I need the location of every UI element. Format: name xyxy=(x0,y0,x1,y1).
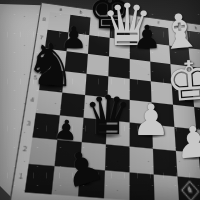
piece-black-pawn-b3: ♟ xyxy=(53,115,80,144)
rank-label-2: 2 xyxy=(20,146,30,153)
rank-label-8: 8 xyxy=(40,17,48,22)
square-g1: ♞ xyxy=(177,176,200,200)
piece-black-queen-d4: ♛ xyxy=(84,89,132,143)
square-a1 xyxy=(25,164,55,194)
chessboard-photo: ♞ 87654321abcdefgh ♚♛♟♝♟♞♚♛♟♟♟♟ xyxy=(0,0,200,200)
rank-label-1: 1 xyxy=(16,173,26,181)
piece-white-pawn-g3: ♟ xyxy=(173,120,200,166)
piece-white-pawn-e4: ♟ xyxy=(132,99,171,142)
square-e1 xyxy=(130,172,155,200)
board-logo-knight-icon: ♞ xyxy=(181,180,199,200)
piece-black-knight-a5: ♞ xyxy=(23,34,79,95)
square-e6 xyxy=(130,59,151,81)
piece-black-pawn-f7: ♟ xyxy=(133,21,162,53)
rank-label-3: 3 xyxy=(24,120,34,127)
square-f1 xyxy=(154,174,179,200)
square-d2 xyxy=(105,144,130,172)
square-f2 xyxy=(153,149,178,177)
square-d6 xyxy=(108,56,129,78)
square-e2 xyxy=(130,147,154,175)
